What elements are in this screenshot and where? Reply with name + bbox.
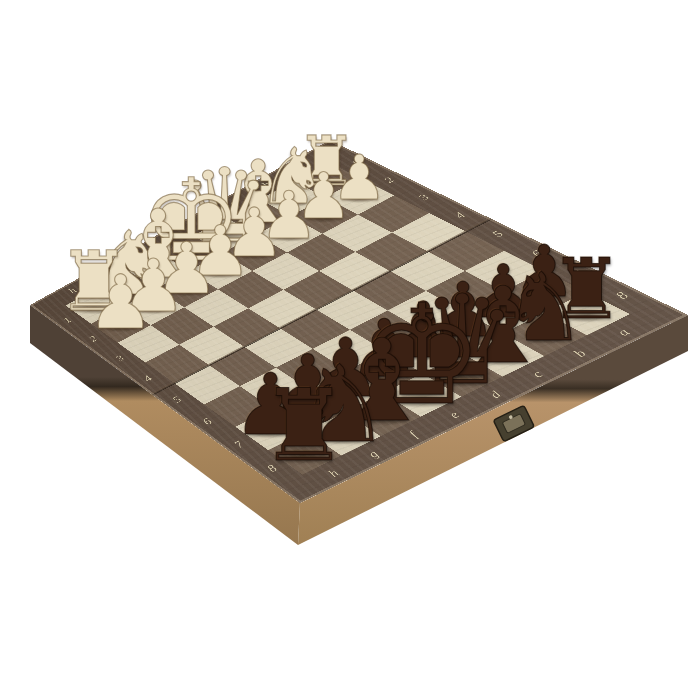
rank-label-left-1: 1 (61, 316, 75, 325)
file-label-near-f: f (405, 430, 422, 440)
rank-label-left-5: 5 (169, 395, 185, 405)
file-label-far-a: a (292, 162, 308, 170)
file-label-far-c: c (226, 199, 241, 207)
rank-label-left-8: 8 (263, 463, 281, 475)
file-label-far-h: h (66, 287, 80, 296)
rank-label-left-4: 4 (140, 374, 155, 384)
file-label-far-d: d (193, 217, 208, 226)
file-label-near-a: a (612, 327, 635, 339)
rank-label-left-6: 6 (199, 416, 215, 427)
rank-label-left-7: 7 (231, 439, 248, 450)
rank-label-right-7: 7 (568, 269, 589, 280)
rank-label-right-5: 5 (488, 229, 508, 239)
file-label-near-g: g (364, 448, 383, 460)
file-label-far-g: g (97, 269, 111, 278)
product-photo-stage: aa88bb77cc66dd55ee44ff33gg22hh11 ♜♞♝♛♚♝♞… (0, 0, 700, 700)
rank-label-right-6: 6 (527, 249, 548, 259)
rank-label-right-8: 8 (611, 290, 633, 301)
file-label-far-f: f (130, 253, 142, 261)
file-label-near-c: c (527, 369, 548, 380)
rank-label-right-4: 4 (451, 211, 470, 221)
file-label-near-h: h (324, 468, 343, 480)
file-label-near-e: e (444, 409, 464, 420)
rank-label-right-1: 1 (348, 159, 365, 168)
rank-label-right-3: 3 (415, 193, 433, 202)
file-label-far-e: e (161, 235, 175, 243)
file-label-near-d: d (485, 389, 506, 401)
rank-label-left-3: 3 (113, 354, 128, 364)
file-label-near-b: b (569, 348, 591, 360)
rank-label-left-2: 2 (86, 334, 100, 343)
file-label-far-b: b (259, 180, 275, 189)
rank-label-right-2: 2 (381, 176, 399, 185)
